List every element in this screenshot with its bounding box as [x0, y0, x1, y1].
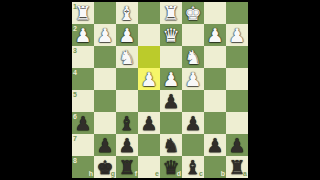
square-f7[interactable]: ♟: [116, 134, 138, 156]
square-h5[interactable]: 5: [72, 90, 94, 112]
square-e1[interactable]: [138, 2, 160, 24]
square-f2[interactable]: ♟: [116, 24, 138, 46]
square-h1[interactable]: 1♜: [72, 2, 94, 24]
white-king-c1[interactable]: ♚: [182, 2, 204, 24]
square-d1[interactable]: ♜: [160, 2, 182, 24]
chess-board[interactable]: 1♜♝♜♚2♟♟♟♛♟♟3♞♞4♟♟♟5♟6♟♝♟♟7♟♟♞♟♟8hg♚f♜ed…: [72, 2, 248, 178]
square-g7[interactable]: ♟: [94, 134, 116, 156]
square-e8[interactable]: e: [138, 156, 160, 178]
square-f1[interactable]: ♝: [116, 2, 138, 24]
black-pawn-h6[interactable]: ♟: [72, 112, 94, 134]
white-pawn-a2[interactable]: ♟: [226, 24, 248, 46]
square-f6[interactable]: ♝: [116, 112, 138, 134]
square-c1[interactable]: ♚: [182, 2, 204, 24]
square-c2[interactable]: [182, 24, 204, 46]
square-d2[interactable]: ♛: [160, 24, 182, 46]
square-f3[interactable]: ♞: [116, 46, 138, 68]
rank-label-3: 3: [73, 47, 77, 54]
white-knight-f3[interactable]: ♞: [116, 46, 138, 68]
square-d4[interactable]: ♟: [160, 68, 182, 90]
black-pawn-b7[interactable]: ♟: [204, 134, 226, 156]
black-queen-d8[interactable]: ♛: [160, 156, 182, 178]
black-pawn-d5[interactable]: ♟: [160, 90, 182, 112]
square-e5[interactable]: [138, 90, 160, 112]
square-g1[interactable]: [94, 2, 116, 24]
black-rook-f8[interactable]: ♜: [116, 156, 138, 178]
white-rook-h1[interactable]: ♜: [72, 2, 94, 24]
rank-label-8: 8: [73, 157, 77, 164]
square-e4[interactable]: ♟: [138, 68, 160, 90]
square-a5[interactable]: [226, 90, 248, 112]
square-a1[interactable]: [226, 2, 248, 24]
square-d8[interactable]: d♛: [160, 156, 182, 178]
black-rook-a8[interactable]: ♜: [226, 156, 248, 178]
square-a6[interactable]: [226, 112, 248, 134]
square-b8[interactable]: b: [204, 156, 226, 178]
square-h8[interactable]: 8h: [72, 156, 94, 178]
square-c6[interactable]: ♟: [182, 112, 204, 134]
black-pawn-e6[interactable]: ♟: [138, 112, 160, 134]
square-c8[interactable]: c♝: [182, 156, 204, 178]
square-b4[interactable]: [204, 68, 226, 90]
square-f5[interactable]: [116, 90, 138, 112]
square-b1[interactable]: [204, 2, 226, 24]
black-bishop-f6[interactable]: ♝: [116, 112, 138, 134]
square-b3[interactable]: [204, 46, 226, 68]
black-bishop-c8[interactable]: ♝: [182, 156, 204, 178]
square-a7[interactable]: ♟: [226, 134, 248, 156]
square-e6[interactable]: ♟: [138, 112, 160, 134]
square-b7[interactable]: ♟: [204, 134, 226, 156]
square-f4[interactable]: [116, 68, 138, 90]
square-b6[interactable]: [204, 112, 226, 134]
square-g8[interactable]: g♚: [94, 156, 116, 178]
white-pawn-e4[interactable]: ♟: [138, 68, 160, 90]
square-a3[interactable]: [226, 46, 248, 68]
square-c5[interactable]: [182, 90, 204, 112]
square-a8[interactable]: a♜: [226, 156, 248, 178]
square-g6[interactable]: [94, 112, 116, 134]
square-h3[interactable]: 3: [72, 46, 94, 68]
white-rook-d1[interactable]: ♜: [160, 2, 182, 24]
video-frame: 1♜♝♜♚2♟♟♟♛♟♟3♞♞4♟♟♟5♟6♟♝♟♟7♟♟♞♟♟8hg♚f♜ed…: [0, 0, 320, 180]
letterbox-left: [0, 0, 72, 180]
file-label-b: b: [221, 170, 225, 177]
square-e2[interactable]: [138, 24, 160, 46]
square-d6[interactable]: [160, 112, 182, 134]
black-pawn-c6[interactable]: ♟: [182, 112, 204, 134]
square-h7[interactable]: 7: [72, 134, 94, 156]
rank-label-4: 4: [73, 69, 77, 76]
file-label-h: h: [89, 170, 93, 177]
square-e3[interactable]: [138, 46, 160, 68]
square-g2[interactable]: ♟: [94, 24, 116, 46]
white-bishop-f1[interactable]: ♝: [116, 2, 138, 24]
square-h2[interactable]: 2♟: [72, 24, 94, 46]
white-pawn-c4[interactable]: ♟: [182, 68, 204, 90]
square-c3[interactable]: ♞: [182, 46, 204, 68]
square-g5[interactable]: [94, 90, 116, 112]
white-pawn-f2[interactable]: ♟: [116, 24, 138, 46]
black-pawn-a7[interactable]: ♟: [226, 134, 248, 156]
white-pawn-b2[interactable]: ♟: [204, 24, 226, 46]
square-c4[interactable]: ♟: [182, 68, 204, 90]
square-b5[interactable]: [204, 90, 226, 112]
square-a4[interactable]: [226, 68, 248, 90]
square-g3[interactable]: [94, 46, 116, 68]
square-h6[interactable]: 6♟: [72, 112, 94, 134]
square-d5[interactable]: ♟: [160, 90, 182, 112]
black-king-g8[interactable]: ♚: [94, 156, 116, 178]
square-d7[interactable]: ♞: [160, 134, 182, 156]
black-pawn-f7[interactable]: ♟: [116, 134, 138, 156]
square-h4[interactable]: 4: [72, 68, 94, 90]
white-pawn-g2[interactable]: ♟: [94, 24, 116, 46]
square-c7[interactable]: [182, 134, 204, 156]
square-g4[interactable]: [94, 68, 116, 90]
square-b2[interactable]: ♟: [204, 24, 226, 46]
white-pawn-h2[interactable]: ♟: [72, 24, 94, 46]
black-knight-d7[interactable]: ♞: [160, 134, 182, 156]
black-pawn-g7[interactable]: ♟: [94, 134, 116, 156]
square-a2[interactable]: ♟: [226, 24, 248, 46]
square-e7[interactable]: [138, 134, 160, 156]
square-f8[interactable]: f♜: [116, 156, 138, 178]
white-queen-d2[interactable]: ♛: [160, 24, 182, 46]
rank-label-7: 7: [73, 135, 77, 142]
white-pawn-d4[interactable]: ♟: [160, 68, 182, 90]
square-d3[interactable]: [160, 46, 182, 68]
white-knight-c3[interactable]: ♞: [182, 46, 204, 68]
file-label-e: e: [155, 170, 159, 177]
letterbox-right: [248, 0, 320, 180]
rank-label-5: 5: [73, 91, 77, 98]
